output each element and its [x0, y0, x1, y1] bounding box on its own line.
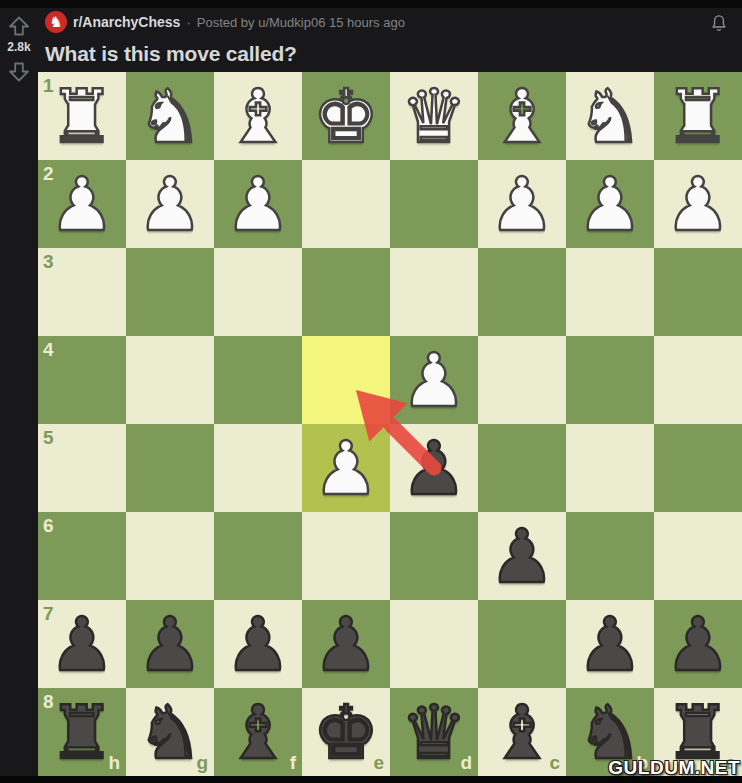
square-b3[interactable] [566, 248, 654, 336]
square-g7[interactable]: ♟ [126, 600, 214, 688]
square-h3[interactable]: 3 [38, 248, 126, 336]
black-pawn-f7[interactable]: ♟ [214, 600, 302, 688]
watermark: GULDUM.NET [608, 757, 740, 779]
square-g1[interactable]: ♞ [126, 72, 214, 160]
white-king-e1[interactable]: ♚ [302, 72, 390, 160]
black-pawn-h7[interactable]: ♟ [38, 600, 126, 688]
square-f3[interactable] [214, 248, 302, 336]
square-g2[interactable]: ♟ [126, 160, 214, 248]
white-pawn-a2[interactable]: ♟ [654, 160, 742, 248]
white-pawn-g2[interactable]: ♟ [126, 160, 214, 248]
square-a5[interactable] [654, 424, 742, 512]
square-h7[interactable]: 7♟ [38, 600, 126, 688]
white-pawn-d4[interactable]: ♟ [390, 336, 478, 424]
square-b5[interactable] [566, 424, 654, 512]
black-bishop-c8[interactable]: ♝ [478, 688, 566, 776]
square-f1[interactable]: ♝ [214, 72, 302, 160]
square-a7[interactable]: ♟ [654, 600, 742, 688]
square-f4[interactable] [214, 336, 302, 424]
vote-score: 2.8k [0, 40, 38, 54]
reddit-post-page: 2.8k ♞ r/AnarchyChess · Posted by u/Mudk… [0, 0, 742, 783]
rank-label-3: 3 [43, 252, 54, 271]
subreddit-link[interactable]: r/AnarchyChess [73, 14, 180, 30]
white-pawn-e5[interactable]: ♟ [302, 424, 390, 512]
square-e2[interactable] [302, 160, 390, 248]
white-pawn-b2[interactable]: ♟ [566, 160, 654, 248]
subreddit-icon[interactable]: ♞ [45, 11, 67, 33]
square-c8[interactable]: c♝ [478, 688, 566, 776]
white-pawn-c2[interactable]: ♟ [478, 160, 566, 248]
vote-column: 2.8k [0, 8, 38, 84]
square-e6[interactable] [302, 512, 390, 600]
white-rook-a1[interactable]: ♜ [654, 72, 742, 160]
white-knight-b1[interactable]: ♞ [566, 72, 654, 160]
header-separator: · [186, 15, 190, 30]
white-pawn-f2[interactable]: ♟ [214, 160, 302, 248]
square-f8[interactable]: f♝ [214, 688, 302, 776]
rank-label-6: 6 [43, 516, 54, 535]
black-pawn-e7[interactable]: ♟ [302, 600, 390, 688]
post-header: ♞ r/AnarchyChess · Posted by u/Mudkip06 … [45, 11, 405, 33]
square-c6[interactable]: ♟ [478, 512, 566, 600]
square-e8[interactable]: e♚ [302, 688, 390, 776]
square-f6[interactable] [214, 512, 302, 600]
square-d4[interactable]: ♟ [390, 336, 478, 424]
square-d7[interactable] [390, 600, 478, 688]
square-d5[interactable]: ♟ [390, 424, 478, 512]
square-c5[interactable] [478, 424, 566, 512]
bell-icon[interactable] [708, 13, 730, 35]
square-e1[interactable]: ♚ [302, 72, 390, 160]
square-d2[interactable] [390, 160, 478, 248]
square-f5[interactable] [214, 424, 302, 512]
square-b2[interactable]: ♟ [566, 160, 654, 248]
square-d6[interactable] [390, 512, 478, 600]
black-king-e8[interactable]: ♚ [302, 688, 390, 776]
square-a6[interactable] [654, 512, 742, 600]
black-pawn-g7[interactable]: ♟ [126, 600, 214, 688]
black-queen-d8[interactable]: ♛ [390, 688, 478, 776]
black-pawn-a7[interactable]: ♟ [654, 600, 742, 688]
square-e4[interactable] [302, 336, 390, 424]
square-g8[interactable]: g♞ [126, 688, 214, 776]
square-d3[interactable] [390, 248, 478, 336]
square-c2[interactable]: ♟ [478, 160, 566, 248]
square-h8[interactable]: 8h♜ [38, 688, 126, 776]
square-f2[interactable]: ♟ [214, 160, 302, 248]
white-knight-g1[interactable]: ♞ [126, 72, 214, 160]
rank-label-5: 5 [43, 428, 54, 447]
square-h6[interactable]: 6 [38, 512, 126, 600]
white-queen-d1[interactable]: ♛ [390, 72, 478, 160]
white-bishop-c1[interactable]: ♝ [478, 72, 566, 160]
white-pawn-h2[interactable]: ♟ [38, 160, 126, 248]
board-grid: 1♜♞♝♚♛♝♞♜2♟♟♟♟♟♟34♟5♟♟6♟7♟♟♟♟♟♟8h♜g♞f♝e♚… [38, 72, 742, 776]
black-bishop-f8[interactable]: ♝ [214, 688, 302, 776]
black-rook-h8[interactable]: ♜ [38, 688, 126, 776]
square-f7[interactable]: ♟ [214, 600, 302, 688]
square-g5[interactable] [126, 424, 214, 512]
square-h1[interactable]: 1♜ [38, 72, 126, 160]
black-pawn-d5[interactable]: ♟ [390, 424, 478, 512]
square-e3[interactable] [302, 248, 390, 336]
post-title: What is this move called? [45, 42, 297, 66]
square-a3[interactable] [654, 248, 742, 336]
square-a4[interactable] [654, 336, 742, 424]
square-a1[interactable]: ♜ [654, 72, 742, 160]
square-b6[interactable] [566, 512, 654, 600]
square-c7[interactable] [478, 600, 566, 688]
square-e5[interactable]: ♟ [302, 424, 390, 512]
post-byline[interactable]: Posted by u/Mudkip06 15 hours ago [197, 15, 405, 30]
downvote-icon[interactable] [7, 60, 31, 84]
square-h4[interactable]: 4 [38, 336, 126, 424]
square-d1[interactable]: ♛ [390, 72, 478, 160]
square-b7[interactable]: ♟ [566, 600, 654, 688]
square-g3[interactable] [126, 248, 214, 336]
black-knight-g8[interactable]: ♞ [126, 688, 214, 776]
square-c1[interactable]: ♝ [478, 72, 566, 160]
square-c3[interactable] [478, 248, 566, 336]
square-h2[interactable]: 2♟ [38, 160, 126, 248]
black-pawn-c6[interactable]: ♟ [478, 512, 566, 600]
square-a2[interactable]: ♟ [654, 160, 742, 248]
square-e7[interactable]: ♟ [302, 600, 390, 688]
upvote-icon[interactable] [7, 14, 31, 38]
square-g4[interactable] [126, 336, 214, 424]
rank-label-4: 4 [43, 340, 54, 359]
square-d8[interactable]: d♛ [390, 688, 478, 776]
white-bishop-f1[interactable]: ♝ [214, 72, 302, 160]
chess-board: 1♜♞♝♚♛♝♞♜2♟♟♟♟♟♟34♟5♟♟6♟7♟♟♟♟♟♟8h♜g♞f♝e♚… [38, 72, 742, 776]
white-rook-h1[interactable]: ♜ [38, 72, 126, 160]
square-c4[interactable] [478, 336, 566, 424]
square-h5[interactable]: 5 [38, 424, 126, 512]
window-top-strip [0, 0, 742, 8]
square-b4[interactable] [566, 336, 654, 424]
black-pawn-b7[interactable]: ♟ [566, 600, 654, 688]
square-b1[interactable]: ♞ [566, 72, 654, 160]
square-g6[interactable] [126, 512, 214, 600]
